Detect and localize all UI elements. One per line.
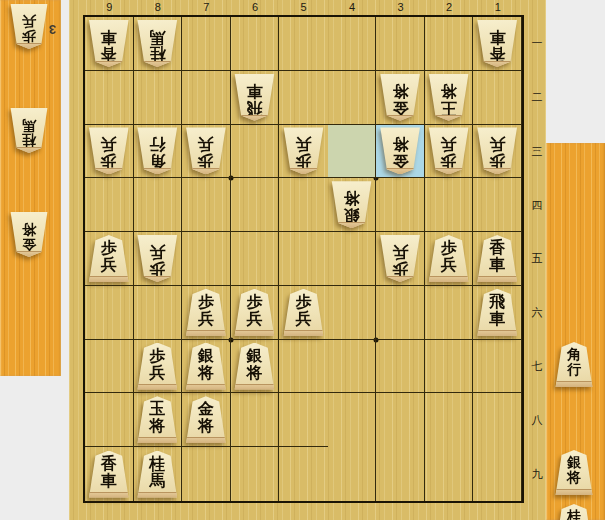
piece-kanji: 香車 xyxy=(87,25,130,67)
square-5f[interactable]: 歩兵 xyxy=(279,286,328,340)
piece-pawn-gote[interactable]: 歩兵 xyxy=(136,235,179,282)
hand-count-gote-pawn: 3 xyxy=(49,22,56,37)
piece-lance-sente[interactable]: 香車 xyxy=(87,451,130,498)
piece-king-gote[interactable]: 王将 xyxy=(427,74,470,121)
square-6g[interactable]: 銀将 xyxy=(231,340,280,394)
piece-body: 歩兵 xyxy=(427,127,470,174)
square-4i[interactable] xyxy=(328,447,377,501)
square-3g[interactable] xyxy=(376,340,425,394)
shogi-app: 歩兵3桂馬金将 987654321 香車桂馬香車飛車金将王将歩兵角行歩兵歩兵金将… xyxy=(0,0,605,520)
piece-body: 銀将 xyxy=(184,343,227,390)
square-5d[interactable] xyxy=(279,178,328,232)
piece-rook-sente[interactable]: 飛車 xyxy=(476,289,519,336)
square-3e[interactable]: 歩兵 xyxy=(376,232,425,286)
file-label-1: 1 xyxy=(473,1,522,14)
square-5e[interactable] xyxy=(279,232,328,286)
square-2c[interactable]: 歩兵 xyxy=(425,125,474,179)
square-4b[interactable] xyxy=(328,71,377,125)
square-9i[interactable]: 香車 xyxy=(85,447,134,501)
rank-label-3: 三 xyxy=(528,125,546,179)
square-6e[interactable] xyxy=(231,232,280,286)
square-2a[interactable] xyxy=(425,17,474,71)
square-1h[interactable] xyxy=(473,393,522,447)
piece-kanji: 香車 xyxy=(476,235,519,277)
file-label-8: 8 xyxy=(134,1,183,14)
piece-body: 桂馬 xyxy=(554,504,594,520)
piece-body: 歩兵 xyxy=(9,4,49,49)
piece-kanji: 歩兵 xyxy=(87,132,130,174)
hand-piece-bishop-sente[interactable]: 角行 xyxy=(554,342,594,387)
piece-kanji: 歩兵 xyxy=(233,289,276,331)
hand-piece-knight-gote[interactable]: 桂馬 xyxy=(9,108,49,153)
piece-lance-gote[interactable]: 香車 xyxy=(476,20,519,67)
piece-kanji: 歩兵 xyxy=(184,289,227,331)
piece-pawn-gote[interactable]: 歩兵 xyxy=(427,127,470,174)
piece-body: 桂馬 xyxy=(136,451,179,498)
square-3a[interactable] xyxy=(376,17,425,71)
piece-kanji: 金将 xyxy=(379,79,422,121)
piece-kanji: 桂馬 xyxy=(136,25,179,67)
square-1c[interactable]: 歩兵 xyxy=(473,125,522,179)
piece-body: 歩兵 xyxy=(233,289,276,336)
file-label-7: 7 xyxy=(182,1,231,14)
piece-pawn-gote[interactable]: 歩兵 xyxy=(476,127,519,174)
square-4c[interactable] xyxy=(328,125,377,179)
piece-body: 歩兵 xyxy=(282,289,325,336)
piece-silver-gote[interactable]: 銀将 xyxy=(330,181,373,228)
piece-kanji: 歩兵 xyxy=(427,235,470,277)
piece-gold-sente[interactable]: 金将 xyxy=(184,396,227,443)
square-7c[interactable]: 歩兵 xyxy=(182,125,231,179)
piece-body: 香車 xyxy=(476,235,519,282)
square-2h[interactable] xyxy=(425,393,474,447)
piece-body: 香車 xyxy=(476,20,519,67)
piece-body: 桂馬 xyxy=(9,108,49,153)
piece-knight-sente[interactable]: 桂馬 xyxy=(136,451,179,498)
square-5h[interactable] xyxy=(279,393,328,447)
gote-komadai: 歩兵3桂馬金将 xyxy=(0,0,61,376)
square-2i[interactable] xyxy=(425,447,474,501)
piece-kanji: 飛車 xyxy=(476,289,519,331)
piece-body: 角行 xyxy=(554,342,594,387)
square-2e[interactable]: 歩兵 xyxy=(425,232,474,286)
piece-body: 王将 xyxy=(427,74,470,121)
piece-body: 銀将 xyxy=(554,450,594,495)
square-7d[interactable] xyxy=(182,178,231,232)
rank-label-8: 八 xyxy=(528,393,546,447)
piece-body: 桂馬 xyxy=(136,20,179,67)
square-9d[interactable] xyxy=(85,178,134,232)
piece-kanji: 銀将 xyxy=(330,186,373,228)
square-1a[interactable]: 香車 xyxy=(473,17,522,71)
square-4f[interactable] xyxy=(328,286,377,340)
piece-pawn-sente[interactable]: 歩兵 xyxy=(282,289,325,336)
piece-pawn-sente[interactable]: 歩兵 xyxy=(184,289,227,336)
piece-body: 歩兵 xyxy=(136,343,179,390)
piece-gold-gote[interactable]: 金将 xyxy=(379,74,422,121)
square-9g[interactable] xyxy=(85,340,134,394)
piece-body: 歩兵 xyxy=(379,235,422,282)
piece-kanji: 角行 xyxy=(136,132,179,174)
piece-kanji: 歩兵 xyxy=(476,132,519,174)
piece-body: 飛車 xyxy=(476,289,519,336)
square-3h[interactable] xyxy=(376,393,425,447)
file-labels: 987654321 xyxy=(85,1,522,14)
piece-kanji: 玉将 xyxy=(136,396,179,438)
file-label-4: 4 xyxy=(328,1,377,14)
square-7g[interactable]: 銀将 xyxy=(182,340,231,394)
piece-body: 角行 xyxy=(136,127,179,174)
square-8h[interactable]: 玉将 xyxy=(134,393,183,447)
piece-kanji: 金将 xyxy=(379,132,422,174)
square-7a[interactable] xyxy=(182,17,231,71)
square-3i[interactable] xyxy=(376,447,425,501)
piece-silver-sente[interactable]: 銀将 xyxy=(184,343,227,390)
piece-kanji: 金将 xyxy=(184,396,227,438)
square-4g[interactable] xyxy=(328,340,377,394)
square-5b[interactable] xyxy=(279,71,328,125)
square-8i[interactable]: 桂馬 xyxy=(134,447,183,501)
square-2f[interactable] xyxy=(425,286,474,340)
hand-piece-silver-sente[interactable]: 銀将 xyxy=(554,450,594,495)
square-7b[interactable] xyxy=(182,71,231,125)
square-8a[interactable]: 桂馬 xyxy=(134,17,183,71)
square-7i[interactable] xyxy=(182,447,231,501)
piece-silver-sente[interactable]: 銀将 xyxy=(233,343,276,390)
square-8b[interactable] xyxy=(134,71,183,125)
piece-kanji: 銀将 xyxy=(554,450,594,490)
square-4d[interactable]: 銀将 xyxy=(328,178,377,232)
rank-label-2: 二 xyxy=(528,71,546,125)
square-3f[interactable] xyxy=(376,286,425,340)
square-6a[interactable] xyxy=(231,17,280,71)
piece-body: 金将 xyxy=(379,74,422,121)
piece-body: 玉将 xyxy=(136,396,179,443)
rank-label-6: 六 xyxy=(528,286,546,340)
file-label-5: 5 xyxy=(279,1,328,14)
file-label-6: 6 xyxy=(231,1,280,14)
square-2g[interactable] xyxy=(425,340,474,394)
square-1b[interactable] xyxy=(473,71,522,125)
piece-body: 歩兵 xyxy=(87,127,130,174)
square-1g[interactable] xyxy=(473,340,522,394)
piece-kanji: 歩兵 xyxy=(427,132,470,174)
square-9b[interactable] xyxy=(85,71,134,125)
square-7e[interactable] xyxy=(182,232,231,286)
square-5c[interactable]: 歩兵 xyxy=(279,125,328,179)
square-7h[interactable]: 金将 xyxy=(182,393,231,447)
piece-body: 歩兵 xyxy=(184,289,227,336)
piece-body: 銀将 xyxy=(233,343,276,390)
piece-rook-gote[interactable]: 飛車 xyxy=(233,74,276,121)
square-8d[interactable] xyxy=(134,178,183,232)
square-6b[interactable]: 飛車 xyxy=(231,71,280,125)
square-4a[interactable] xyxy=(328,17,377,71)
square-2d[interactable] xyxy=(425,178,474,232)
piece-kanji: 王将 xyxy=(427,79,470,121)
square-3b[interactable]: 金将 xyxy=(376,71,425,125)
square-6d[interactable] xyxy=(231,178,280,232)
square-8c[interactable]: 角行 xyxy=(134,125,183,179)
piece-kanji: 歩兵 xyxy=(136,343,179,385)
square-4e[interactable] xyxy=(328,232,377,286)
piece-body: 飛車 xyxy=(233,74,276,121)
piece-knight-gote[interactable]: 桂馬 xyxy=(136,20,179,67)
file-label-2: 2 xyxy=(425,1,474,14)
piece-body: 金将 xyxy=(379,127,422,174)
square-3c[interactable]: 金将 xyxy=(376,125,425,179)
piece-pawn-gote[interactable]: 歩兵 xyxy=(282,127,325,174)
square-6c[interactable] xyxy=(231,125,280,179)
square-9f[interactable] xyxy=(85,286,134,340)
piece-body: 金将 xyxy=(9,212,49,257)
piece-kanji: 歩兵 xyxy=(282,289,325,331)
square-5i[interactable] xyxy=(279,447,328,501)
shogi-board: 香車桂馬香車飛車金将王将歩兵角行歩兵歩兵金将歩兵歩兵銀将歩兵歩兵歩兵歩兵香車歩兵… xyxy=(83,15,524,503)
piece-body: 歩兵 xyxy=(136,235,179,282)
piece-kanji: 桂馬 xyxy=(9,113,49,153)
piece-body: 歩兵 xyxy=(476,127,519,174)
square-5a[interactable] xyxy=(279,17,328,71)
square-1f[interactable]: 飛車 xyxy=(473,286,522,340)
square-5g[interactable] xyxy=(279,340,328,394)
square-9h[interactable] xyxy=(85,393,134,447)
piece-kanji: 歩兵 xyxy=(379,240,422,282)
square-1d[interactable] xyxy=(473,178,522,232)
piece-pawn-sente[interactable]: 歩兵 xyxy=(136,343,179,390)
rank-label-5: 五 xyxy=(528,232,546,286)
piece-kanji: 香車 xyxy=(87,451,130,493)
piece-king-sente[interactable]: 玉将 xyxy=(136,396,179,443)
square-7f[interactable]: 歩兵 xyxy=(182,286,231,340)
piece-kanji: 歩兵 xyxy=(87,235,130,277)
square-1i[interactable] xyxy=(473,447,522,501)
piece-kanji: 歩兵 xyxy=(9,9,49,49)
piece-body: 歩兵 xyxy=(427,235,470,282)
hand-piece-pawn-gote[interactable]: 歩兵 xyxy=(9,4,49,49)
piece-kanji: 歩兵 xyxy=(282,132,325,174)
square-8g[interactable]: 歩兵 xyxy=(134,340,183,394)
piece-kanji: 桂馬 xyxy=(136,451,179,493)
square-9e[interactable]: 歩兵 xyxy=(85,232,134,286)
piece-pawn-gote[interactable]: 歩兵 xyxy=(184,127,227,174)
piece-body: 銀将 xyxy=(330,181,373,228)
piece-body: 歩兵 xyxy=(282,127,325,174)
piece-pawn-gote[interactable]: 歩兵 xyxy=(87,127,130,174)
square-6h[interactable] xyxy=(231,393,280,447)
square-6f[interactable]: 歩兵 xyxy=(231,286,280,340)
piece-body: 金将 xyxy=(184,396,227,443)
rank-label-1: 一 xyxy=(528,17,546,71)
rank-label-9: 九 xyxy=(528,447,546,501)
piece-kanji: 銀将 xyxy=(233,343,276,385)
square-3d[interactable] xyxy=(376,178,425,232)
piece-kanji: 香車 xyxy=(476,25,519,67)
piece-pawn-sente[interactable]: 歩兵 xyxy=(427,235,470,282)
hand-piece-gold-gote[interactable]: 金将 xyxy=(9,212,49,257)
piece-pawn-sente[interactable]: 歩兵 xyxy=(233,289,276,336)
rank-label-7: 七 xyxy=(528,340,546,394)
sente-komadai: 角行銀将桂馬歩兵2 xyxy=(546,143,605,520)
piece-kanji: 歩兵 xyxy=(136,240,179,282)
square-1e[interactable]: 香車 xyxy=(473,232,522,286)
square-8e[interactable]: 歩兵 xyxy=(134,232,183,286)
square-9c[interactable]: 歩兵 xyxy=(85,125,134,179)
piece-kanji: 歩兵 xyxy=(184,132,227,174)
piece-kanji: 飛車 xyxy=(233,79,276,121)
file-label-3: 3 xyxy=(376,1,425,14)
piece-pawn-sente[interactable]: 歩兵 xyxy=(87,235,130,282)
piece-kanji: 角行 xyxy=(554,342,594,382)
square-9a[interactable]: 香車 xyxy=(85,17,134,71)
rank-label-4: 四 xyxy=(528,178,546,232)
piece-body: 香車 xyxy=(87,20,130,67)
square-6i[interactable] xyxy=(231,447,280,501)
piece-body: 歩兵 xyxy=(87,235,130,282)
piece-lance-gote[interactable]: 香車 xyxy=(87,20,130,67)
piece-lance-sente[interactable]: 香車 xyxy=(476,235,519,282)
square-4h[interactable] xyxy=(328,393,377,447)
piece-gold-gote[interactable]: 金将 xyxy=(379,127,422,174)
file-label-9: 9 xyxy=(85,1,134,14)
square-8f[interactable] xyxy=(134,286,183,340)
hand-piece-knight-sente[interactable]: 桂馬 xyxy=(554,504,594,520)
rank-labels: 一二三四五六七八九 xyxy=(528,17,546,501)
board-area: 987654321 香車桂馬香車飛車金将王将歩兵角行歩兵歩兵金将歩兵歩兵銀将歩兵… xyxy=(69,0,546,520)
piece-kanji: 桂馬 xyxy=(554,504,594,520)
piece-kanji: 銀将 xyxy=(184,343,227,385)
piece-body: 歩兵 xyxy=(184,127,227,174)
piece-kanji: 金将 xyxy=(9,217,49,257)
piece-pawn-gote[interactable]: 歩兵 xyxy=(379,235,422,282)
square-2b[interactable]: 王将 xyxy=(425,71,474,125)
piece-body: 香車 xyxy=(87,451,130,498)
piece-bishop-gote[interactable]: 角行 xyxy=(136,127,179,174)
